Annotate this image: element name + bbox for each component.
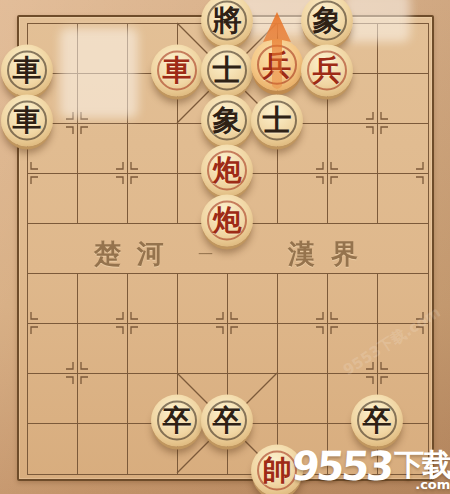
piece-glyph: 帥 [263,456,292,485]
piece-glyph: 象 [313,6,342,35]
board-cell [378,174,428,224]
blur-patch [344,0,410,42]
piece-red-chariot[interactable]: 車 [151,44,203,96]
piece-glyph: 將 [213,6,242,35]
board-cell [28,174,78,224]
piece-red-cannon[interactable]: 炮 [201,144,253,196]
board-cell [228,274,278,324]
piece-glyph: 兵 [313,56,342,85]
board-cell [28,274,78,324]
board-cell [378,224,428,274]
board-cell [278,274,328,324]
board-cell [278,324,328,374]
watermark-9553: 9553 下载 .com [292,444,450,491]
board-cell [78,374,128,424]
piece-glyph: 卒 [163,406,192,435]
piece-black-advisor[interactable]: 士 [201,44,253,96]
board-cell [28,424,78,474]
watermark-cn: 下载 [394,450,450,480]
piece-glyph: 士 [213,56,242,85]
watermark-com: .com [415,478,450,491]
piece-red-soldier[interactable]: 兵 [301,44,353,96]
board-cell [278,374,328,424]
board-cell [128,274,178,324]
board-cell [78,124,128,174]
board-cell [78,174,128,224]
piece-glyph: 兵 [263,50,292,79]
board-cell [128,324,178,374]
piece-glyph: 卒 [213,406,242,435]
piece-black-advisor[interactable]: 士 [251,94,303,146]
board-cell [78,274,128,324]
piece-red-soldier[interactable]: 兵 [251,39,303,91]
piece-black-elephant[interactable]: 象 [201,94,253,146]
river-dash: — [198,244,213,262]
board-cell [28,374,78,424]
xiangqi-game-screen: 楚河 — 漢界 將象車車士兵兵車象士炮炮卒卒卒帥 9553下载.com 9553… [0,0,450,494]
piece-glyph: 炮 [213,156,242,185]
board-cell [328,174,378,224]
board-cell [28,224,78,274]
board-cell [28,324,78,374]
piece-black-soldier[interactable]: 卒 [351,394,403,446]
board-cell [378,74,428,124]
river-label-han-jie: 漢界 [288,239,374,269]
board-cell [178,274,228,324]
board-cell [78,424,128,474]
piece-glyph: 車 [163,56,192,85]
piece-black-soldier[interactable]: 卒 [201,394,253,446]
blur-patch [60,28,138,118]
piece-black-soldier[interactable]: 卒 [151,394,203,446]
piece-red-cannon[interactable]: 炮 [201,194,253,246]
piece-glyph: 象 [213,106,242,135]
river-label-chu-he: 楚河 [94,239,180,269]
board-cell [178,324,228,374]
board-cell [78,324,128,374]
piece-glyph: 炮 [213,206,242,235]
board-cell [128,124,178,174]
board-cell [328,124,378,174]
piece-glyph: 車 [13,106,42,135]
watermark-number: 9553 [290,444,393,488]
board-cell [228,324,278,374]
board-cell [278,174,328,224]
board-cell [328,274,378,324]
piece-black-chariot[interactable]: 車 [1,44,53,96]
piece-glyph: 士 [263,106,292,135]
piece-black-chariot[interactable]: 車 [1,94,53,146]
piece-glyph: 車 [13,56,42,85]
piece-glyph: 卒 [363,406,392,435]
board-cell [378,124,428,174]
board-cell [128,174,178,224]
